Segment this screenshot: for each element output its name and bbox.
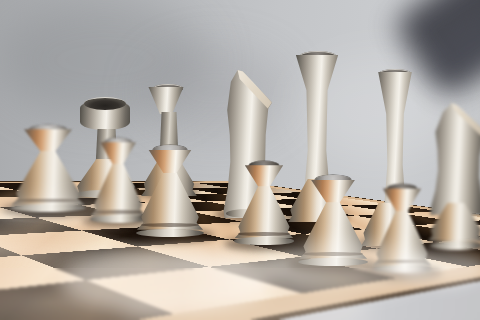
pawn-ring <box>376 260 427 264</box>
pawn-lower-cone <box>232 186 296 238</box>
bishop-foot <box>430 241 480 250</box>
pawn-ring <box>238 232 289 235</box>
king-body <box>295 55 339 191</box>
piece-pawn-h2 <box>8 125 88 212</box>
rook-hollow-top <box>84 97 126 110</box>
pawn-lower-cone <box>8 151 88 205</box>
pawn-foot <box>298 258 368 266</box>
chess-set-photo <box>0 0 480 320</box>
pawn-foot <box>372 265 432 273</box>
pawn-upper-cone <box>24 129 72 152</box>
pawn-upper-cone <box>245 165 283 188</box>
pawn-upper-cone <box>383 188 421 212</box>
pawn-foot <box>136 229 204 237</box>
piece-pawn-d2 <box>296 175 370 266</box>
piece-pawn-f2 <box>134 145 206 237</box>
piece-bishop-c1 <box>428 103 480 250</box>
pawn-lower-cone <box>370 211 434 266</box>
piece-pawn-e2 <box>232 161 296 245</box>
pawn-lower-cone <box>296 202 370 258</box>
knight-flare <box>147 87 185 114</box>
pawn-upper-cone <box>100 142 136 165</box>
pawn-upper-cone <box>311 180 355 205</box>
pawn-foot <box>234 237 294 245</box>
pawn-foot <box>10 204 85 212</box>
pawn-ring <box>303 252 362 256</box>
pawn-lower-cone <box>134 173 206 230</box>
pawn-ring <box>141 223 199 227</box>
pawn-upper-cone <box>148 150 191 175</box>
piece-pawn-c2 <box>370 184 434 273</box>
